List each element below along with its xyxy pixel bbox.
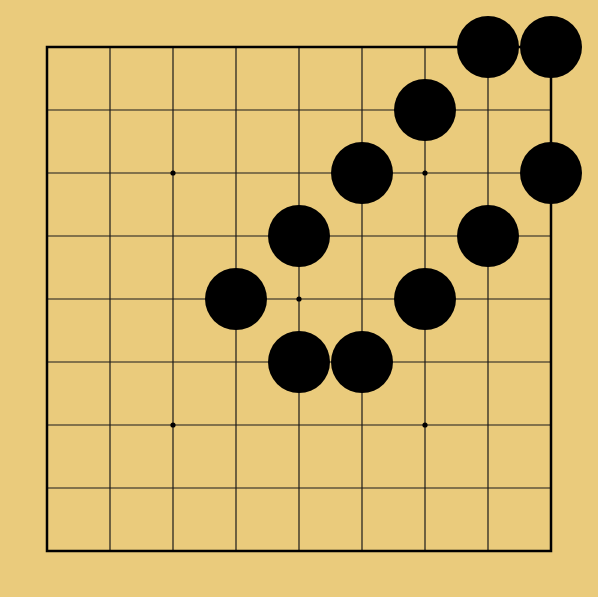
intersection[interactable]: ● xyxy=(457,16,520,79)
intersection[interactable]: ● xyxy=(457,205,520,268)
black-stone: ● xyxy=(331,142,393,204)
intersection[interactable] xyxy=(16,79,79,142)
intersection[interactable]: ● xyxy=(394,268,457,331)
intersection[interactable] xyxy=(457,142,520,205)
black-stone: ● xyxy=(457,16,519,78)
intersections: ●●●●●●●●●●● xyxy=(16,16,583,583)
intersection[interactable] xyxy=(331,520,394,583)
black-stone: ● xyxy=(457,205,519,267)
black-stone: ● xyxy=(268,205,330,267)
intersection[interactable] xyxy=(520,394,583,457)
intersection[interactable] xyxy=(268,79,331,142)
intersection[interactable] xyxy=(457,520,520,583)
intersection[interactable] xyxy=(268,457,331,520)
intersection[interactable] xyxy=(331,457,394,520)
intersection[interactable] xyxy=(331,394,394,457)
intersection[interactable] xyxy=(142,331,205,394)
intersection[interactable] xyxy=(331,79,394,142)
intersection[interactable] xyxy=(520,79,583,142)
intersection[interactable] xyxy=(394,394,457,457)
intersection[interactable] xyxy=(142,394,205,457)
intersection[interactable]: ● xyxy=(205,268,268,331)
black-stone: ● xyxy=(205,268,267,330)
intersection[interactable] xyxy=(205,331,268,394)
intersection[interactable] xyxy=(16,268,79,331)
intersection[interactable] xyxy=(520,205,583,268)
intersection[interactable] xyxy=(331,268,394,331)
intersection[interactable] xyxy=(205,205,268,268)
intersection[interactable] xyxy=(520,331,583,394)
intersection[interactable]: ● xyxy=(520,16,583,79)
intersection[interactable] xyxy=(394,205,457,268)
black-stone: ● xyxy=(268,331,330,393)
intersection[interactable] xyxy=(394,520,457,583)
intersection[interactable] xyxy=(205,79,268,142)
intersection[interactable] xyxy=(142,79,205,142)
intersection[interactable] xyxy=(394,331,457,394)
intersection[interactable] xyxy=(457,394,520,457)
intersection[interactable] xyxy=(268,16,331,79)
black-stone: ● xyxy=(394,268,456,330)
intersection[interactable] xyxy=(205,520,268,583)
intersection[interactable] xyxy=(142,142,205,205)
intersection[interactable] xyxy=(142,205,205,268)
intersection[interactable] xyxy=(205,16,268,79)
intersection[interactable] xyxy=(520,268,583,331)
intersection[interactable] xyxy=(16,142,79,205)
intersection[interactable] xyxy=(520,457,583,520)
intersection[interactable]: ● xyxy=(268,331,331,394)
intersection[interactable] xyxy=(205,457,268,520)
intersection[interactable] xyxy=(142,268,205,331)
intersection[interactable] xyxy=(394,142,457,205)
goban: ●●●●●●●●●●● xyxy=(0,0,598,597)
black-stone: ● xyxy=(520,16,582,78)
intersection[interactable] xyxy=(79,268,142,331)
intersection[interactable] xyxy=(16,520,79,583)
intersection[interactable] xyxy=(16,394,79,457)
intersection[interactable] xyxy=(331,205,394,268)
intersection[interactable] xyxy=(79,16,142,79)
intersection[interactable] xyxy=(268,394,331,457)
intersection[interactable] xyxy=(394,457,457,520)
intersection[interactable] xyxy=(79,457,142,520)
black-stone: ● xyxy=(394,79,456,141)
intersection[interactable] xyxy=(457,79,520,142)
intersection[interactable] xyxy=(457,457,520,520)
intersection[interactable] xyxy=(457,268,520,331)
black-stone: ● xyxy=(520,142,582,204)
intersection[interactable] xyxy=(16,457,79,520)
intersection[interactable] xyxy=(142,16,205,79)
intersection[interactable]: ● xyxy=(520,142,583,205)
intersection[interactable] xyxy=(142,457,205,520)
black-stone: ● xyxy=(331,331,393,393)
intersection[interactable] xyxy=(79,142,142,205)
intersection[interactable] xyxy=(268,520,331,583)
intersection[interactable] xyxy=(394,16,457,79)
intersection[interactable] xyxy=(268,142,331,205)
intersection[interactable] xyxy=(16,331,79,394)
intersection[interactable] xyxy=(520,520,583,583)
intersection[interactable] xyxy=(79,205,142,268)
intersection[interactable] xyxy=(205,142,268,205)
intersection[interactable] xyxy=(331,16,394,79)
intersection[interactable] xyxy=(16,205,79,268)
intersection[interactable] xyxy=(457,331,520,394)
intersection[interactable] xyxy=(79,394,142,457)
intersection[interactable] xyxy=(142,520,205,583)
intersection[interactable]: ● xyxy=(394,79,457,142)
intersection[interactable] xyxy=(205,394,268,457)
intersection[interactable]: ● xyxy=(331,142,394,205)
intersection[interactable] xyxy=(79,79,142,142)
intersection[interactable] xyxy=(79,331,142,394)
intersection[interactable]: ● xyxy=(268,205,331,268)
intersection[interactable]: ● xyxy=(331,331,394,394)
intersection[interactable] xyxy=(268,268,331,331)
intersection[interactable] xyxy=(79,520,142,583)
intersection[interactable] xyxy=(16,16,79,79)
